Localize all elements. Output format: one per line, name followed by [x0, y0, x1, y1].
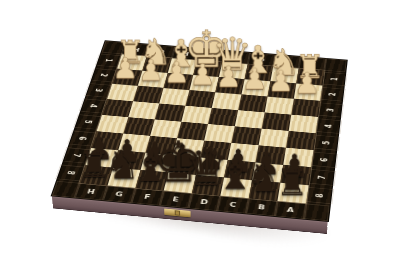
square-f7: ♟ [141, 153, 173, 173]
square-b4 [262, 112, 292, 131]
square-b6 [255, 145, 286, 165]
square-e4 [181, 106, 211, 124]
square-c8: ♝ [220, 178, 252, 199]
square-e8: ♚ [164, 173, 196, 194]
square-d8: ♛ [192, 175, 224, 196]
coord-rank-5-left: 5 [73, 114, 104, 130]
square-g5 [123, 117, 154, 136]
square-a8: ♜ [277, 183, 308, 204]
square-d4 [208, 108, 238, 126]
square-d6 [200, 141, 231, 160]
square-a5 [286, 131, 316, 150]
scene: HGFEDCBA HGFEDCBA 12345678 12345678 ♜♞♝♚… [0, 0, 420, 259]
brass-latch-icon [164, 208, 191, 217]
square-g8: ♞ [108, 168, 141, 188]
square-c4 [235, 110, 265, 128]
square-b3 [265, 97, 294, 115]
photo-background: HGFEDCBA HGFEDCBA 12345678 12345678 ♜♞♝♚… [0, 0, 420, 259]
squares-grid: ♜♞♝♚♛♝♞♜♟♟♟♟♟♟♟♟♟♟♟♟♟♟♟♟♜♞♝♚♛♝♞♜ [80, 54, 325, 203]
square-h8: ♜ [80, 165, 113, 185]
square-b8: ♞ [249, 180, 281, 201]
square-d5 [204, 124, 235, 143]
chess-board: HGFEDCBA HGFEDCBA 12345678 12345678 ♜♞♝♚… [51, 40, 348, 222]
square-e3 [185, 90, 215, 108]
